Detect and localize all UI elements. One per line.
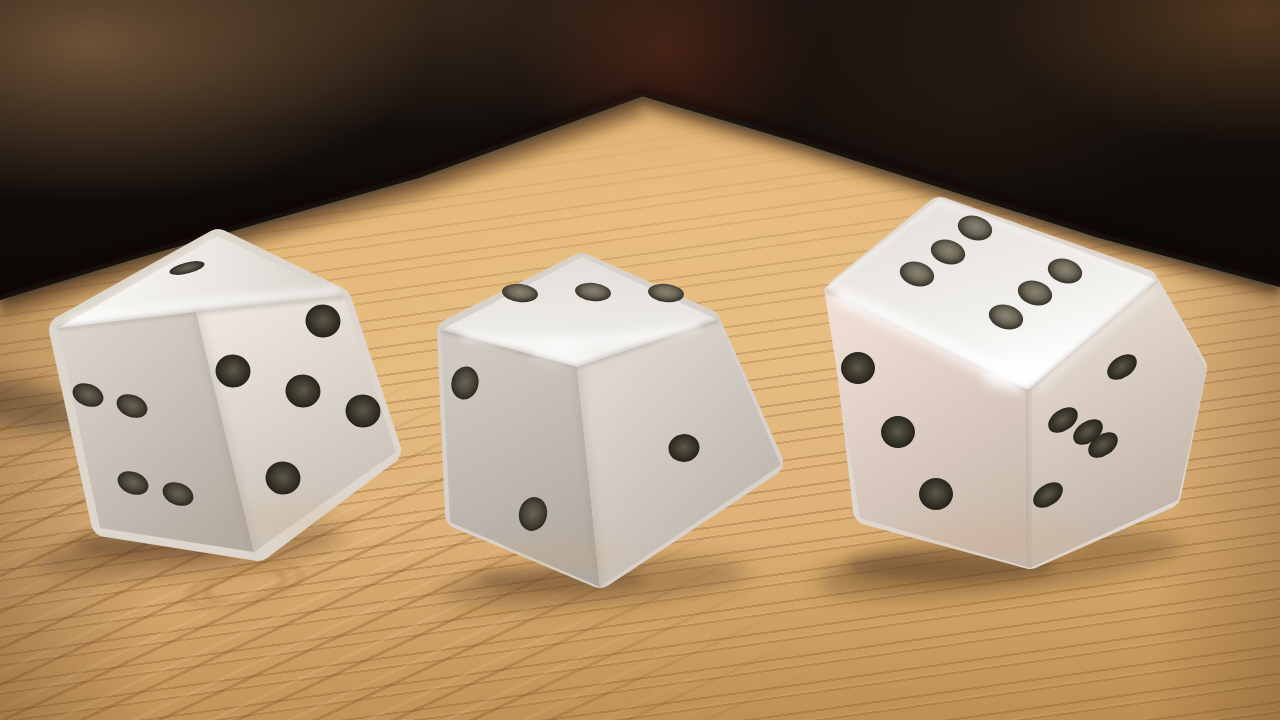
die-pip xyxy=(841,352,875,384)
middle-die-specular xyxy=(530,342,590,362)
dice-layer xyxy=(0,0,1280,720)
middle-die xyxy=(441,257,781,587)
bounce-light xyxy=(910,520,1090,560)
dice-photo-scene xyxy=(0,0,1280,720)
die-pip xyxy=(919,478,953,510)
die-pip xyxy=(881,416,915,448)
bounce-light xyxy=(240,502,360,538)
bounce-light xyxy=(490,539,630,571)
